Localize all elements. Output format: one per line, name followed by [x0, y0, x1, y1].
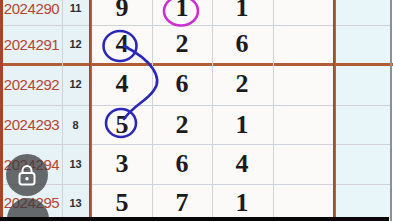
issue-number: 2024291 [1, 25, 62, 63]
sum-count: 13 [62, 144, 89, 184]
issue-number: 2024292 [1, 63, 62, 105]
digit-cell-circled: 4 [92, 25, 152, 63]
digit-cell: 4 [212, 144, 272, 184]
digit-cell: 1 [212, 105, 272, 144]
digit-cell: 2 [212, 63, 272, 105]
table-row: 2024292 12 4 6 2 [0, 63, 393, 105]
digit-cell: 1 [212, 0, 272, 25]
table-row: 2024290 11 9 1 1 [0, 0, 393, 25]
lock-button[interactable] [6, 154, 48, 196]
table-row: 2024293 8 5 2 1 [0, 105, 393, 144]
lock-icon [13, 161, 41, 189]
issue-number: 2024293 [1, 105, 62, 144]
lottery-trend-chart: 2024290 11 9 1 1 2024291 12 4 2 6 202429… [0, 0, 393, 221]
digit-cell: 6 [152, 144, 212, 184]
table-row: 2024291 12 4 2 6 [0, 25, 393, 63]
digit-cell-circled: 1 [152, 0, 212, 25]
bottom-black-bar [0, 217, 389, 222]
digit-cell: 2 [152, 105, 212, 144]
digit-cell: 6 [152, 63, 212, 105]
digit-cell: 4 [92, 63, 152, 105]
digit-cell: 2 [152, 25, 212, 63]
digit-cell: 5 [92, 184, 152, 221]
table-row: 2024295 13 5 7 1 [0, 184, 393, 221]
sum-count: 8 [62, 105, 89, 144]
sum-count: 12 [62, 63, 89, 105]
table-row: 2024294 13 3 6 4 [0, 144, 393, 184]
digit-cell: 1 [212, 184, 272, 221]
digit-cell: 3 [92, 144, 152, 184]
sum-count: 12 [62, 25, 89, 63]
sum-count: 13 [62, 184, 89, 221]
digit-cell: 9 [92, 0, 152, 25]
digit-cell-circled: 5 [92, 105, 152, 144]
digit-cell: 6 [212, 25, 272, 63]
issue-number: 2024290 [1, 0, 62, 25]
sum-count: 11 [62, 0, 89, 25]
digit-cell: 7 [152, 184, 212, 221]
